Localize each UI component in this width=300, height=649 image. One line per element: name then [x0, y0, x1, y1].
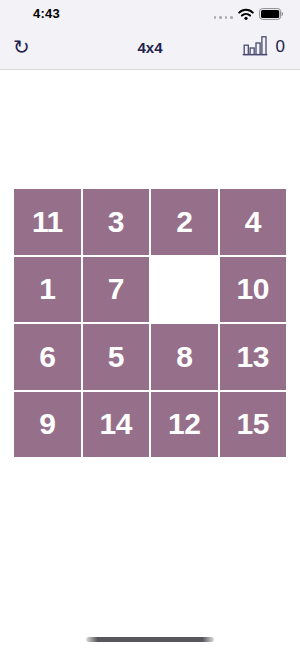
- tile-8[interactable]: 8: [151, 324, 218, 390]
- tile-1[interactable]: 1: [14, 257, 81, 323]
- tile-3[interactable]: 3: [83, 189, 150, 255]
- tile-15[interactable]: 15: [220, 392, 287, 458]
- puzzle-board: 113241710658139141215: [14, 189, 286, 457]
- top-chrome: 4:43: [0, 0, 300, 70]
- tile-4[interactable]: 4: [220, 189, 287, 255]
- move-count: 0: [276, 37, 285, 57]
- toolbar: ↻ 4x4 0: [0, 24, 300, 69]
- tile-11[interactable]: 11: [14, 189, 81, 255]
- home-indicator[interactable]: [86, 637, 214, 642]
- status-bar: 4:43: [0, 0, 300, 24]
- wifi-icon: [238, 6, 254, 24]
- move-counter-button[interactable]: 0: [242, 35, 285, 59]
- tile-13[interactable]: 13: [220, 324, 287, 390]
- tile-10[interactable]: 10: [220, 257, 287, 323]
- status-icons: [214, 8, 284, 21]
- status-time: 4:43: [33, 6, 60, 21]
- bar-chart-icon: [242, 35, 268, 59]
- battery-icon: [259, 6, 284, 24]
- app-screen: 4:43: [0, 0, 300, 649]
- tile-12[interactable]: 12: [151, 392, 218, 458]
- tile-9[interactable]: 9: [14, 392, 81, 458]
- empty-cell: [151, 257, 218, 323]
- tile-7[interactable]: 7: [83, 257, 150, 323]
- tile-5[interactable]: 5: [83, 324, 150, 390]
- tile-6[interactable]: 6: [14, 324, 81, 390]
- tile-2[interactable]: 2: [151, 189, 218, 255]
- tile-14[interactable]: 14: [83, 392, 150, 458]
- cellular-dots-icon: [214, 16, 233, 19]
